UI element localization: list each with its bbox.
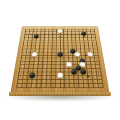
black-stone <box>81 31 86 35</box>
stones-layer <box>16 29 104 88</box>
black-stone <box>71 69 76 74</box>
go-board <box>10 26 109 92</box>
board-shadow <box>6 95 114 101</box>
white-stone <box>87 52 92 57</box>
white-stone <box>74 52 79 57</box>
black-stone <box>57 52 62 57</box>
hoshi-dot <box>83 36 84 37</box>
white-stone <box>57 72 62 77</box>
white-stone <box>57 29 61 33</box>
hoshi-dot <box>85 54 86 55</box>
white-stone <box>79 62 84 67</box>
black-stone <box>80 69 86 74</box>
hoshi-dot <box>59 36 60 37</box>
board-photo <box>0 0 120 120</box>
white-stone <box>31 52 36 57</box>
white-stone <box>66 62 71 67</box>
black-stone <box>29 72 35 77</box>
hoshi-dot <box>87 75 89 76</box>
black-stone <box>33 34 38 38</box>
